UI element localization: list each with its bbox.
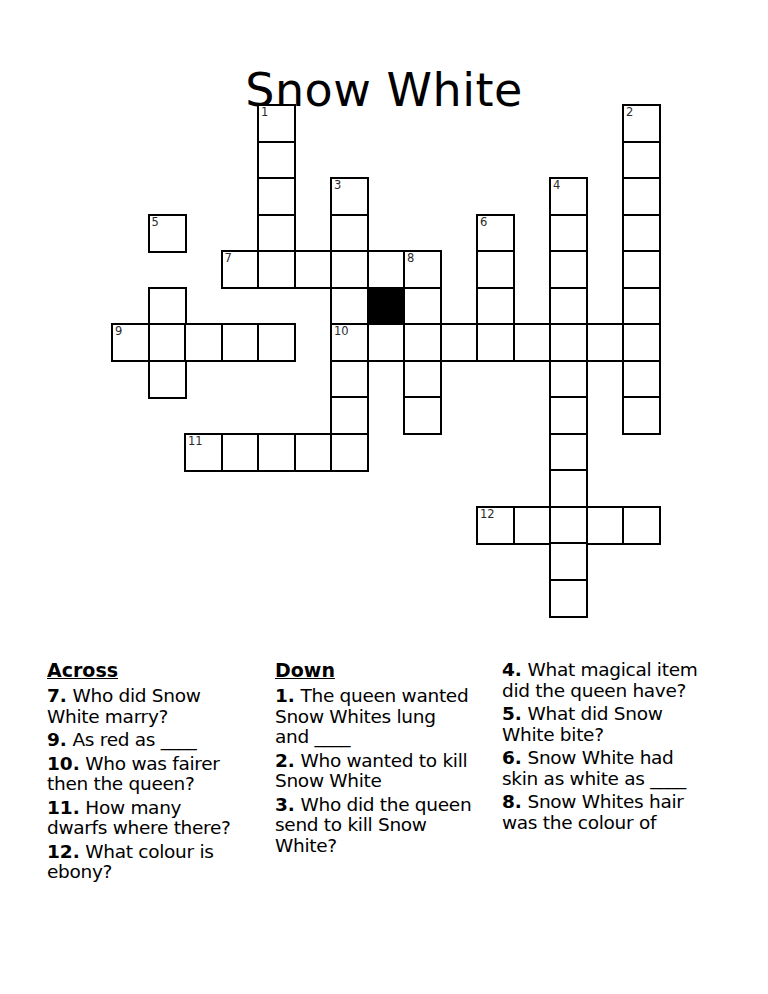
across-header: Across [47,660,245,681]
grid-cell[interactable] [622,323,661,362]
clue: 4. What magical item did the queen have? [502,660,707,701]
grid-cell[interactable]: 9 [111,323,150,362]
clues-column-down-2: 4. What magical item did the queen have?… [502,660,707,836]
grid-cell[interactable] [549,542,588,581]
grid-cell[interactable] [476,250,515,289]
clue-number: 5. [502,703,522,724]
clue-number: 4. [502,659,522,680]
across-clue-list: 7. Who did Snow White marry?9. As red as… [47,686,245,883]
grid-cell[interactable] [403,323,442,362]
grid-cell[interactable] [549,360,588,399]
clue-number: 12. [47,841,80,862]
grid-cell[interactable] [367,250,406,289]
grid-cell[interactable]: 2 [622,104,661,143]
grid-cell[interactable] [549,433,588,472]
grid-cell[interactable] [622,177,661,216]
grid-cell[interactable] [330,433,369,472]
grid-cell[interactable]: 5 [148,214,187,253]
grid-cell[interactable]: 8 [403,250,442,289]
grid-cell[interactable] [148,360,187,399]
grid-cell[interactable] [148,287,187,326]
grid-cell[interactable] [257,250,296,289]
clue: 11. How many dwarfs where there? [47,798,245,839]
clue-text: Who wanted to kill Snow White [275,750,467,792]
grid-cell[interactable] [330,396,369,435]
clue: 5. What did Snow White bite? [502,704,707,745]
grid-cell[interactable] [294,433,333,472]
grid-cell[interactable] [549,250,588,289]
cell-number: 6 [480,216,487,229]
grid-cell[interactable]: 4 [549,177,588,216]
clue-number: 1. [275,685,295,706]
clues-column-across: Across 7. Who did Snow White marry?9. As… [47,660,245,886]
clue-text: Snow White had skin as white as ____ [502,747,686,789]
grid-cell[interactable] [367,323,406,362]
grid-cell[interactable] [549,506,588,545]
grid-cell[interactable]: 10 [330,323,369,362]
grid-cell[interactable] [622,506,661,545]
grid-cell[interactable] [622,141,661,180]
clue: 12. What colour is ebony? [47,842,245,883]
clue-number: 8. [502,791,522,812]
grid-cell[interactable] [549,214,588,253]
grid-cell[interactable] [513,506,552,545]
clue-text: Who did the queen send to kill Snow Whit… [275,794,471,856]
grid-cell[interactable] [257,141,296,180]
grid-cell[interactable] [221,433,260,472]
clue: 6. Snow White had skin as white as ____ [502,748,707,789]
grid-cell[interactable] [403,287,442,326]
grid-cell[interactable] [403,396,442,435]
clue-number: 3. [275,794,295,815]
clue: 1. The queen wanted Snow Whites lung and… [275,686,475,748]
clue-text: What did Snow White bite? [502,703,663,745]
cell-number: 3 [334,179,341,192]
cell-number: 2 [626,106,633,119]
grid-cell[interactable] [586,323,625,362]
grid-cell[interactable]: 1 [257,104,296,143]
grid-cell[interactable]: 7 [221,250,260,289]
grid-cell[interactable] [622,214,661,253]
grid-cell[interactable] [549,579,588,618]
grid-cell[interactable] [586,506,625,545]
grid-cell[interactable] [549,469,588,508]
grid-cell[interactable] [148,323,187,362]
grid-cell[interactable] [257,433,296,472]
clue-number: 10. [47,753,80,774]
clue-number: 9. [47,729,67,750]
grid-cell[interactable] [476,323,515,362]
grid-cell[interactable]: 3 [330,177,369,216]
cell-number: 11 [188,435,203,448]
grid-cell[interactable] [476,287,515,326]
cell-number: 1 [261,106,268,119]
clue: 8. Snow Whites hair was the colour of [502,792,707,833]
clue-number: 2. [275,750,295,771]
grid-cell[interactable] [257,214,296,253]
grid-cell[interactable] [221,323,260,362]
grid-cell[interactable] [622,250,661,289]
cell-number: 7 [225,252,232,265]
grid-cell[interactable] [330,214,369,253]
cell-number: 5 [152,216,159,229]
clue: 2. Who wanted to kill Snow White [275,751,475,792]
clue: 7. Who did Snow White marry? [47,686,245,727]
grid-cell[interactable] [330,250,369,289]
grid-cell[interactable] [549,396,588,435]
down-header: Down [275,660,475,681]
cell-number: 12 [480,508,495,521]
grid-cell[interactable]: 12 [476,506,515,545]
cell-number: 10 [334,325,349,338]
grid-cell[interactable] [257,323,296,362]
grid-cell[interactable] [549,323,588,362]
down-clue-list-2: 4. What magical item did the queen have?… [502,660,707,833]
grid-cell[interactable] [294,250,333,289]
grid-cell[interactable] [549,287,588,326]
grid-cell[interactable] [440,323,479,362]
clue-text: As red as ____ [67,729,197,750]
clue-number: 7. [47,685,67,706]
grid-cell[interactable] [330,360,369,399]
clue-number: 6. [502,747,522,768]
black-cell [367,287,406,326]
cell-number: 8 [407,252,414,265]
down-clue-list-1: 1. The queen wanted Snow Whites lung and… [275,686,475,856]
crossword-worksheet: Snow White 123456789101112 Across 7. Who… [0,0,768,994]
grid-cell[interactable] [622,360,661,399]
clue: 3. Who did the queen send to kill Snow W… [275,795,475,857]
clue-text: The queen wanted Snow Whites lung and __… [275,685,468,747]
grid-cell[interactable] [622,287,661,326]
grid-cell[interactable] [330,287,369,326]
clue: 10. Who was fairer then the queen? [47,754,245,795]
grid-cell[interactable]: 6 [476,214,515,253]
clue-text: What magical item did the queen have? [502,659,697,701]
grid-cell[interactable] [257,177,296,216]
cell-number: 4 [553,179,560,192]
grid-cell[interactable] [513,323,552,362]
clue: 9. As red as ____ [47,730,245,751]
grid-cell[interactable] [622,396,661,435]
cell-number: 9 [115,325,122,338]
grid-cell[interactable] [403,360,442,399]
clue-text: Who did Snow White marry? [47,685,201,727]
grid-cell[interactable]: 11 [184,433,223,472]
clues-column-down-1: Down 1. The queen wanted Snow Whites lun… [275,660,475,859]
clue-number: 11. [47,797,80,818]
grid-cell[interactable] [184,323,223,362]
clue-text: Snow Whites hair was the colour of [502,791,684,833]
